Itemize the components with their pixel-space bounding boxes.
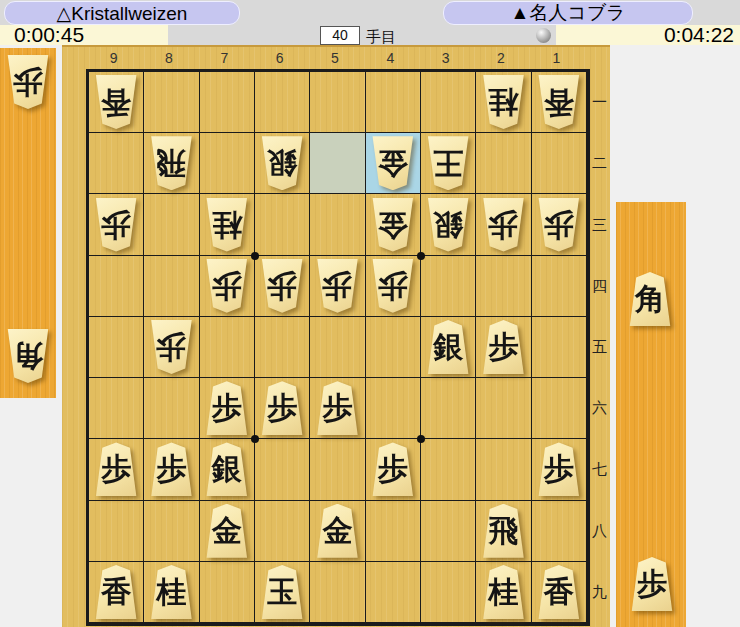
board-cell[interactable] (366, 72, 421, 133)
board-grid: 香桂香飛銀金王歩桂金銀歩歩歩歩歩歩歩銀歩歩歩歩歩歩銀歩歩金金飛香桂玉桂香 (86, 69, 590, 626)
board-cell[interactable] (255, 501, 310, 562)
piece-kanji: 歩 (322, 393, 352, 423)
piece-body: 歩 (148, 442, 194, 496)
piece-kanji: 歩 (637, 569, 667, 599)
file-label: 7 (197, 50, 252, 66)
board-cell[interactable] (310, 72, 365, 133)
piece-body: 桂 (148, 565, 194, 619)
piece-body: 歩 (259, 259, 305, 313)
board-cell[interactable] (476, 133, 531, 194)
piece-kanji: 歩 (378, 454, 408, 484)
shogi-piece-sente[interactable]: 飛 (480, 504, 526, 558)
piece-kanji: 歩 (101, 210, 131, 240)
board-cell[interactable]: 歩 (89, 194, 144, 255)
board-cell[interactable]: 歩 (532, 194, 587, 255)
shogi-piece-sente[interactable]: 角 (627, 272, 673, 326)
board-cell[interactable] (476, 378, 531, 439)
piece-kanji: 歩 (544, 210, 574, 240)
shogi-piece-sente[interactable]: 桂 (480, 565, 526, 619)
board-cell[interactable]: 歩 (366, 439, 421, 500)
piece-kanji: 歩 (212, 393, 242, 423)
piece-body: 歩 (314, 259, 360, 313)
piece-body: 歩 (370, 259, 416, 313)
black-clock: 0:04:22 (556, 25, 740, 45)
board-cell[interactable]: 歩 (144, 317, 199, 378)
piece-kanji: 桂 (156, 577, 186, 607)
board-cell[interactable] (310, 562, 365, 623)
board-cell[interactable]: 歩 (310, 256, 365, 317)
board-cell[interactable]: 歩 (89, 439, 144, 500)
piece-body: 金 (314, 504, 360, 558)
board-cell[interactable] (310, 317, 365, 378)
shogi-piece-sente[interactable]: 香 (93, 565, 139, 619)
board-cell[interactable] (476, 256, 531, 317)
piece-body: 歩 (370, 442, 416, 496)
file-label: 8 (141, 50, 196, 66)
rank-label: 三 (592, 194, 607, 255)
piece-body: 香 (536, 75, 582, 129)
board-cell[interactable] (532, 256, 587, 317)
board-cell[interactable] (476, 439, 531, 500)
shogi-piece-gote[interactable]: 桂 (480, 75, 526, 129)
piece-kanji: 角 (13, 341, 43, 371)
piece-kanji: 王 (433, 148, 463, 178)
header-bar: △Kristallweizen ▲名人コブラ 0:00:45 40 手目 0:0… (0, 0, 740, 45)
board-cell[interactable]: 香 (89, 72, 144, 133)
shogi-piece-gote[interactable]: 歩 (536, 198, 582, 252)
board-cell[interactable] (89, 317, 144, 378)
board-cell[interactable] (421, 256, 476, 317)
shogi-piece-sente[interactable]: 歩 (314, 381, 360, 435)
piece-kanji: 玉 (267, 577, 297, 607)
rank-label: 六 (592, 378, 607, 439)
move-number-input[interactable]: 40 (320, 26, 360, 45)
board-cell[interactable] (532, 501, 587, 562)
piece-kanji: 金 (212, 516, 242, 546)
piece-kanji: 銀 (433, 210, 463, 240)
piece-kanji: 歩 (267, 393, 297, 423)
piece-body: 王 (425, 136, 471, 190)
piece-kanji: 金 (322, 516, 352, 546)
piece-kanji: 銀 (267, 148, 297, 178)
piece-kanji: 歩 (156, 332, 186, 362)
board-cell[interactable] (255, 194, 310, 255)
piece-kanji: 桂 (212, 210, 242, 240)
board-cell[interactable]: 歩 (310, 378, 365, 439)
shogi-piece-sente[interactable]: 金 (314, 504, 360, 558)
board-cell[interactable]: 桂 (200, 194, 255, 255)
piece-body: 歩 (204, 259, 250, 313)
board-cell[interactable]: 桂 (476, 562, 531, 623)
shogi-piece-gote[interactable]: 金 (370, 136, 416, 190)
board-cell[interactable]: 金 (200, 501, 255, 562)
board-cell[interactable]: 銀 (421, 194, 476, 255)
piece-body: 桂 (480, 565, 526, 619)
shogi-piece-gote[interactable]: 銀 (425, 198, 471, 252)
file-label: 9 (86, 50, 141, 66)
board-cell[interactable] (310, 133, 365, 194)
board-cell[interactable] (144, 256, 199, 317)
board-cell[interactable] (144, 501, 199, 562)
piece-body: 歩 (629, 557, 675, 611)
file-label: 4 (363, 50, 418, 66)
white-player-plate: △Kristallweizen (4, 1, 240, 25)
piece-kanji: 歩 (156, 454, 186, 484)
piece-body: 歩 (480, 198, 526, 252)
piece-kanji: 歩 (212, 271, 242, 301)
shogi-piece-gote[interactable]: 歩 (93, 198, 139, 252)
piece-body: 香 (93, 565, 139, 619)
piece-kanji: 歩 (322, 271, 352, 301)
board-cell[interactable] (421, 439, 476, 500)
board-cell[interactable] (310, 439, 365, 500)
board-cell[interactable] (532, 378, 587, 439)
piece-body: 金 (370, 136, 416, 190)
board-cell[interactable]: 桂 (476, 72, 531, 133)
shogi-piece-gote[interactable]: 歩 (480, 198, 526, 252)
piece-body: 銀 (425, 320, 471, 374)
board-cell[interactable]: 金 (366, 133, 421, 194)
piece-body: 飛 (148, 136, 194, 190)
board-cell[interactable]: 金 (366, 194, 421, 255)
file-label: 2 (473, 50, 528, 66)
shogi-piece-sente[interactable]: 歩 (148, 442, 194, 496)
shogi-piece-sente[interactable]: 歩 (259, 381, 305, 435)
board-cell[interactable]: 歩 (200, 378, 255, 439)
shogi-piece-gote[interactable]: 歩 (259, 259, 305, 313)
board-cell[interactable] (200, 317, 255, 378)
board-cell[interactable]: 飛 (476, 501, 531, 562)
shogi-piece-sente[interactable]: 歩 (629, 557, 675, 611)
piece-body: 歩 (536, 442, 582, 496)
board-cell[interactable] (144, 72, 199, 133)
shogi-piece-sente[interactable]: 桂 (148, 565, 194, 619)
shogi-piece-gote[interactable]: 歩 (5, 55, 51, 109)
shogi-piece-sente[interactable]: 香 (536, 565, 582, 619)
board-cell[interactable]: 金 (310, 501, 365, 562)
turn-indicator-lamp (536, 28, 551, 43)
piece-kanji: 飛 (156, 148, 186, 178)
board-cell[interactable]: 桂 (144, 562, 199, 623)
piece-body: 香 (536, 565, 582, 619)
piece-body: 金 (204, 504, 250, 558)
rank-label: 一 (592, 72, 607, 133)
piece-kanji: 香 (544, 87, 574, 117)
board-cell[interactable]: 歩 (255, 256, 310, 317)
board-cell[interactable]: 歩 (144, 439, 199, 500)
rank-label: 九 (592, 562, 607, 623)
piece-kanji: 歩 (101, 454, 131, 484)
piece-body: 桂 (204, 198, 250, 252)
piece-kanji: 歩 (544, 454, 574, 484)
shogi-piece-gote[interactable]: 桂 (204, 198, 250, 252)
board-cell[interactable]: 歩 (532, 439, 587, 500)
board-cell[interactable] (366, 501, 421, 562)
board-cell[interactable] (366, 317, 421, 378)
shogi-piece-sente[interactable]: 歩 (480, 320, 526, 374)
board-cell[interactable]: 香 (532, 562, 587, 623)
rank-label: 八 (592, 501, 607, 562)
piece-kanji: 歩 (267, 271, 297, 301)
shogi-piece-gote[interactable]: 金 (370, 198, 416, 252)
board-cell[interactable] (89, 378, 144, 439)
shogi-piece-gote[interactable]: 歩 (314, 259, 360, 313)
shogi-piece-gote[interactable]: 香 (536, 75, 582, 129)
black-player-name: ▲名人コブラ (510, 0, 625, 26)
piece-body: 銀 (259, 136, 305, 190)
shogi-piece-gote[interactable]: 歩 (148, 320, 194, 374)
rank-label: 四 (592, 256, 607, 317)
piece-body: 飛 (480, 504, 526, 558)
board-cell[interactable] (421, 501, 476, 562)
shogi-piece-gote[interactable]: 歩 (370, 259, 416, 313)
piece-body: 歩 (148, 320, 194, 374)
board-cell[interactable] (421, 378, 476, 439)
piece-kanji: 飛 (488, 516, 518, 546)
black-player-plate: ▲名人コブラ (443, 1, 693, 25)
board-cell[interactable] (255, 317, 310, 378)
piece-body: 歩 (93, 198, 139, 252)
board-cell[interactable] (89, 133, 144, 194)
piece-kanji: 桂 (488, 577, 518, 607)
piece-body: 銀 (204, 442, 250, 496)
piece-body: 角 (5, 329, 51, 383)
shogi-piece-gote[interactable]: 王 (425, 136, 471, 190)
board-cell[interactable] (310, 194, 365, 255)
board-cell[interactable]: 歩 (255, 378, 310, 439)
piece-body: 歩 (93, 442, 139, 496)
piece-kanji: 歩 (488, 210, 518, 240)
board-cell[interactable] (89, 501, 144, 562)
piece-kanji: 香 (101, 577, 131, 607)
piece-kanji: 銀 (433, 332, 463, 362)
shogi-piece-sente[interactable]: 銀 (425, 320, 471, 374)
board-cell[interactable]: 歩 (476, 194, 531, 255)
shogi-piece-gote[interactable]: 飛 (148, 136, 194, 190)
piece-body: 桂 (480, 75, 526, 129)
board-cell[interactable]: 歩 (366, 256, 421, 317)
board-cell[interactable]: 王 (421, 133, 476, 194)
board-cell[interactable] (200, 72, 255, 133)
file-labels: 987654321 (86, 50, 584, 66)
piece-body: 銀 (425, 198, 471, 252)
shogi-piece-sente[interactable]: 歩 (370, 442, 416, 496)
rank-label: 五 (592, 317, 607, 378)
board-cell[interactable] (366, 378, 421, 439)
board-cell[interactable]: 玉 (255, 562, 310, 623)
piece-body: 歩 (5, 55, 51, 109)
shogi-piece-sente[interactable]: 歩 (93, 442, 139, 496)
piece-body: 玉 (259, 565, 305, 619)
file-label: 5 (307, 50, 362, 66)
rank-label: 七 (592, 439, 607, 500)
board-cell[interactable] (366, 562, 421, 623)
rank-label: 二 (592, 133, 607, 194)
board-cell[interactable] (144, 194, 199, 255)
board-cell[interactable] (532, 317, 587, 378)
shogi-piece-gote[interactable]: 香 (93, 75, 139, 129)
shogi-piece-sente[interactable]: 歩 (536, 442, 582, 496)
piece-body: 歩 (259, 381, 305, 435)
file-label: 3 (418, 50, 473, 66)
board-cell[interactable]: 歩 (476, 317, 531, 378)
piece-kanji: 金 (378, 210, 408, 240)
piece-kanji: 歩 (378, 271, 408, 301)
piece-body: 角 (627, 272, 673, 326)
rank-labels: 一二三四五六七八九 (592, 72, 607, 623)
board-cell[interactable]: 歩 (200, 256, 255, 317)
gote-hand-tray: 歩角 (0, 48, 56, 398)
white-clock: 0:00:45 (0, 25, 168, 45)
board-cell[interactable] (421, 72, 476, 133)
shogi-piece-sente[interactable]: 歩 (204, 381, 250, 435)
board-cell[interactable]: 香 (89, 562, 144, 623)
shogi-piece-gote[interactable]: 歩 (204, 259, 250, 313)
board-surface: 987654321 香桂香飛銀金王歩桂金銀歩歩歩歩歩歩歩銀歩歩歩歩歩歩銀歩歩金金… (62, 45, 610, 627)
board-cell[interactable]: 飛 (144, 133, 199, 194)
piece-body: 金 (370, 198, 416, 252)
piece-kanji: 銀 (212, 454, 242, 484)
board-cell[interactable] (89, 256, 144, 317)
piece-body: 歩 (536, 198, 582, 252)
board-cell[interactable]: 銀 (200, 439, 255, 500)
piece-kanji: 香 (101, 87, 131, 117)
sente-hand-tray: 角歩 (616, 202, 686, 627)
piece-kanji: 香 (544, 577, 574, 607)
piece-kanji: 桂 (488, 87, 518, 117)
white-player-name: △Kristallweizen (57, 2, 188, 25)
file-label: 1 (529, 50, 584, 66)
board-cell[interactable]: 銀 (255, 133, 310, 194)
board-cell[interactable] (144, 378, 199, 439)
piece-kanji: 歩 (13, 67, 43, 97)
board-cell[interactable] (200, 133, 255, 194)
board-cell[interactable] (255, 439, 310, 500)
piece-kanji: 歩 (488, 332, 518, 362)
board-cell[interactable] (421, 562, 476, 623)
shogi-piece-gote[interactable]: 角 (5, 329, 51, 383)
piece-body: 歩 (204, 381, 250, 435)
shogi-app-window: △Kristallweizen ▲名人コブラ 0:00:45 40 手目 0:0… (0, 0, 740, 627)
board-cell[interactable] (532, 133, 587, 194)
file-label: 6 (252, 50, 307, 66)
piece-body: 歩 (480, 320, 526, 374)
shogi-piece-sente[interactable]: 金 (204, 504, 250, 558)
shogi-piece-sente[interactable]: 銀 (204, 442, 250, 496)
board-cell[interactable] (255, 72, 310, 133)
piece-body: 歩 (314, 381, 360, 435)
piece-body: 香 (93, 75, 139, 129)
shogi-piece-sente[interactable]: 玉 (259, 565, 305, 619)
piece-kanji: 金 (378, 148, 408, 178)
board-cell[interactable]: 香 (532, 72, 587, 133)
piece-kanji: 角 (635, 284, 665, 314)
board-cell[interactable]: 銀 (421, 317, 476, 378)
shogi-piece-gote[interactable]: 銀 (259, 136, 305, 190)
board-cell[interactable] (200, 562, 255, 623)
